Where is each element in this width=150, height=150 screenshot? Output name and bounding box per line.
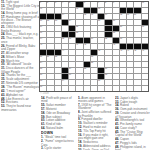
black-cell: [105, 26, 111, 31]
cell-number: 33: [113, 31, 115, 34]
cell-number: 42: [84, 43, 86, 46]
grid-cell[interactable]: [127, 68, 133, 73]
grid-cell[interactable]: [76, 80, 82, 85]
grid-cell[interactable]: 55: [91, 62, 97, 67]
cell-number: 49: [142, 49, 144, 52]
grid-cell[interactable]: 15: [84, 14, 90, 19]
clue-text: Ode on Broadway: [46, 111, 70, 114]
cell-number: 66: [40, 85, 42, 88]
clue-text: Lotion additive: [46, 119, 65, 122]
cell-number: 13: [98, 7, 100, 10]
clue-text: Boo-___: black eye, e.g.: [6, 33, 38, 36]
grid-cell[interactable]: 16: [91, 14, 97, 19]
grid-cell[interactable]: [105, 56, 111, 61]
clue-text: Stallion's reminder: [83, 122, 108, 125]
cell-number: 22: [47, 19, 49, 22]
grid-cell[interactable]: [47, 80, 53, 85]
cell-number: 28: [76, 25, 78, 28]
cell-number: 15: [84, 13, 86, 16]
cell-number: 35: [62, 37, 64, 40]
grid-cell[interactable]: [55, 80, 61, 85]
grid-cell[interactable]: [120, 86, 126, 91]
grid-cell[interactable]: [91, 80, 97, 85]
grid-cell[interactable]: [127, 86, 133, 91]
clue-item: 17. Handsome showing-off at the disco - …: [1, 15, 40, 25]
cell-number: 16: [91, 13, 93, 16]
copyright-line: © 2008: [40, 92, 49, 95]
grid-cell[interactable]: 42: [84, 44, 90, 49]
grid-cell[interactable]: [120, 74, 126, 79]
grid-cell[interactable]: [120, 68, 126, 73]
clue-text: March trio: [6, 59, 19, 62]
grid-cell[interactable]: 29: [120, 26, 126, 31]
grid-cell[interactable]: [113, 86, 119, 91]
grid-cell[interactable]: [98, 62, 104, 67]
clue-item: 1. "Bleak" time tool: [41, 136, 77, 139]
grid-cell[interactable]: [69, 86, 75, 91]
grid-cell[interactable]: 39: [120, 38, 126, 43]
grid-cell[interactable]: 43: [113, 44, 119, 49]
clue-text: "I must agree!": [6, 89, 26, 92]
grid-cell[interactable]: [127, 74, 133, 79]
clue-item: 53. They're found near impresarios: [1, 105, 40, 112]
grid-cell[interactable]: [55, 74, 61, 79]
clue-text: "Bleak" time tool: [44, 136, 66, 139]
cell-number: 58: [84, 67, 86, 70]
grid-cell[interactable]: [47, 68, 53, 73]
clue-text: Atom opponent in movies and games: [78, 96, 105, 102]
down-clues-col1: 1. "Bleak" time tool2. "Fame" singer/act…: [41, 136, 77, 150]
grid-cell[interactable]: [127, 2, 133, 7]
grid-cell[interactable]: [120, 62, 126, 67]
grid-cell[interactable]: [76, 56, 82, 61]
clue-text: If you make it right, you might gain one: [78, 133, 108, 139]
clue-text: Alphabet run: [6, 93, 23, 96]
clue-text: Nintendo DS competitor: [6, 81, 38, 84]
grid-cell[interactable]: [69, 50, 75, 55]
clue-text: "The Biggest Little City in the World": [1, 4, 39, 10]
clue-text: Wheelwright's tool: [120, 119, 144, 122]
grid-cell[interactable]: 9: [113, 2, 119, 7]
clue-text: Japan's digits: [120, 96, 138, 99]
grid-cell[interactable]: 23: [55, 20, 61, 25]
clue-text: Oom-pah instrument: [120, 108, 147, 111]
grid-cell[interactable]: [127, 26, 133, 31]
clue-text: Evictions: [6, 101, 18, 104]
grid-cell[interactable]: [142, 14, 148, 19]
cell-number: 39: [120, 37, 122, 40]
grid-cell[interactable]: 14: [62, 14, 68, 19]
clue-item: 30. "All aboard!" locale: [1, 63, 40, 66]
cell-number: 20: [134, 13, 136, 16]
grid-cell[interactable]: [69, 8, 75, 13]
clue-item: 10. Stallion's reminder: [78, 122, 114, 125]
grid-cell[interactable]: [134, 86, 140, 91]
clue-text: Dash, Dove, or Dial: [83, 148, 109, 150]
grid-cell[interactable]: [134, 68, 140, 73]
grid-cell[interactable]: 25: [98, 20, 104, 25]
cell-number: 23: [55, 19, 57, 22]
cell-number: 34: [40, 37, 42, 40]
clue-item: 27. All-weather wrap: [1, 51, 40, 54]
clue-item: 34. Raked: [115, 104, 150, 107]
grid-cell[interactable]: [91, 2, 97, 7]
cell-number: 64: [62, 79, 64, 82]
grid-cell[interactable]: 35: [62, 38, 68, 43]
grid-cell[interactable]: 5: [69, 2, 75, 7]
clue-item: 8. Joint affliction suffered by Franklin: [78, 110, 114, 117]
grid-cell[interactable]: 13: [98, 8, 104, 13]
clue-item: 54. Profit with peace of mind: [41, 96, 77, 103]
grid-cell[interactable]: 4: [62, 2, 68, 7]
cell-number: 63: [40, 79, 42, 82]
cell-number: 59: [105, 67, 107, 70]
grid-cell[interactable]: [142, 38, 148, 43]
grid-cell[interactable]: [127, 38, 133, 43]
grid-cell[interactable]: [91, 86, 97, 91]
cell-number: 5: [69, 1, 70, 4]
cell-number: 62: [105, 73, 107, 76]
clue-text: Raked: [120, 104, 129, 107]
grid-cell[interactable]: [113, 68, 119, 73]
grid-cell[interactable]: [113, 50, 119, 55]
grid-cell[interactable]: [55, 32, 61, 37]
grid-cell[interactable]: [76, 86, 82, 91]
grid-cell[interactable]: [47, 8, 53, 13]
clue-text: Natural balm: [46, 126, 63, 129]
grid-cell[interactable]: [134, 2, 140, 7]
grid-cell[interactable]: [62, 56, 68, 61]
grid-cell[interactable]: [62, 62, 68, 67]
grid-cell[interactable]: [134, 38, 140, 43]
clue-item: 12. Hard to make out: [78, 125, 114, 128]
grid-cell[interactable]: 46: [120, 50, 126, 55]
grid-cell[interactable]: 62: [105, 74, 111, 79]
grid-cell[interactable]: [134, 74, 140, 79]
grid-cell[interactable]: 66: [40, 86, 46, 91]
cell-number: 10: [142, 1, 144, 4]
grid-cell[interactable]: 30: [142, 26, 148, 31]
clue-text: Philippine island, in brief: [115, 145, 146, 150]
clue-text: Peggy's kids: [120, 141, 137, 144]
clue-item: 40. Wheelwright's tool: [115, 119, 150, 122]
clue-item: 60. Lotion additive: [41, 119, 77, 122]
clue-text: Thai monks' teacher, once: [1, 37, 34, 43]
grid-cell[interactable]: [142, 68, 148, 73]
clue-text: Case study?: [120, 126, 137, 129]
black-cell: [62, 20, 68, 25]
clue-text: Milton's Muse: [6, 55, 24, 58]
grid-cell[interactable]: 51: [47, 56, 53, 61]
grid-cell[interactable]: 58: [84, 68, 90, 73]
grid-cell[interactable]: [142, 74, 148, 79]
grid-cell[interactable]: [76, 62, 82, 67]
grid-cell[interactable]: 6: [84, 2, 90, 7]
cell-number: 54: [40, 61, 42, 64]
grid-cell[interactable]: [127, 56, 133, 61]
clue-item: 25. Thai monks' teacher, once: [1, 37, 40, 44]
clue-text: 1958 hit singer of "The Wanderer": [78, 103, 111, 109]
grid-cell[interactable]: 18: [120, 14, 126, 19]
clue-item: 13. "The Biggest Little City in the Worl…: [1, 4, 40, 11]
grid-cell[interactable]: [62, 86, 68, 91]
clue-item: 59. Ban subject: [41, 115, 77, 118]
clue-text: Seductress: [83, 140, 98, 143]
grid-cell[interactable]: [47, 26, 53, 31]
grid-cell[interactable]: 47: [127, 50, 133, 55]
grid-cell[interactable]: [55, 8, 61, 13]
grid-cell[interactable]: 61: [69, 74, 75, 79]
cell-number: 48: [134, 49, 136, 52]
grid-cell[interactable]: [142, 86, 148, 91]
grid-cell[interactable]: [84, 86, 90, 91]
grid-cell[interactable]: [91, 20, 97, 25]
grid-cell[interactable]: [84, 74, 90, 79]
grid-cell[interactable]: [134, 62, 140, 67]
clue-text: All-weather wrap: [6, 51, 28, 54]
grid-cell[interactable]: [84, 32, 90, 37]
grid-cell[interactable]: 3: [55, 2, 61, 7]
grid-cell[interactable]: 52: [55, 56, 61, 61]
grid-cell[interactable]: [84, 50, 90, 55]
black-cell: [98, 68, 104, 73]
grid-cell[interactable]: [98, 86, 104, 91]
cell-number: 46: [120, 49, 122, 52]
grid-cell[interactable]: [55, 38, 61, 43]
cell-number: 29: [120, 25, 122, 28]
clue-item: 16. If you make it right, you might gain…: [78, 133, 114, 140]
clue-text: 1984 flick featuring Emilio Estevez: [1, 26, 31, 32]
clue-text: Cabin trough: [120, 100, 137, 103]
clue-item: 23. Japan's digits: [115, 96, 150, 99]
clue-text: Joint affliction suffered by Franklin: [78, 110, 111, 116]
grid-cell[interactable]: [105, 44, 111, 49]
clue-item: 7. 1958 hit singer of "The Wanderer": [78, 103, 114, 110]
clue-item: 52. Evictions: [1, 101, 40, 104]
cell-number: 53: [91, 55, 93, 58]
grid-cell[interactable]: [91, 44, 97, 49]
clue-item: 24. Boo-___: black eye, e.g.: [1, 33, 40, 36]
grid-cell[interactable]: [55, 62, 61, 67]
clue-item: 36. Oom-pah instrument: [115, 108, 150, 111]
clue-item: 41. Pre-family name: [115, 123, 150, 126]
grid-cell[interactable]: [113, 62, 119, 67]
grid-cell[interactable]: [69, 44, 75, 49]
grid-cell[interactable]: [69, 80, 75, 85]
grid-cell[interactable]: [76, 50, 82, 55]
bottom-clue-column-1: 54. Profit with peace of mind55. Safari …: [41, 96, 77, 150]
grid-cell[interactable]: [84, 56, 90, 61]
grid-cell[interactable]: [84, 20, 90, 25]
cell-number: 30: [142, 25, 144, 28]
clue-item: 9. Fungoid dweller: [78, 118, 114, 121]
grid-cell[interactable]: 22: [47, 20, 53, 25]
clue-item: 32. Thanks for the ___: [1, 74, 40, 77]
grid-cell[interactable]: [142, 56, 148, 61]
grid-cell[interactable]: [113, 74, 119, 79]
grid-cell[interactable]: [142, 62, 148, 67]
grid-cell[interactable]: [98, 26, 104, 31]
down-clues-col2: 5. Atom opponent in movies and games7. 1…: [78, 96, 114, 150]
down-header: DOWN: [41, 131, 77, 135]
grid-cell[interactable]: 45: [98, 50, 104, 55]
grid-cell[interactable]: [69, 56, 75, 61]
grid-cell[interactable]: [76, 74, 82, 79]
clue-text: '70s Top Forty hit: [83, 129, 106, 132]
grid-cell[interactable]: [120, 56, 126, 61]
grid-cell[interactable]: 26: [113, 20, 119, 25]
grid-cell[interactable]: [134, 32, 140, 37]
clue-text: "The Raven" monologuist: [6, 85, 40, 88]
grid-cell[interactable]: [47, 44, 53, 49]
grid-cell[interactable]: [113, 56, 119, 61]
grid-cell[interactable]: [134, 80, 140, 85]
cell-number: 14: [62, 13, 64, 16]
grid-cell[interactable]: [105, 86, 111, 91]
black-cell: [62, 68, 68, 73]
grid-cell[interactable]: [142, 8, 148, 13]
grid-cell[interactable]: [55, 44, 61, 49]
grid-cell[interactable]: [47, 74, 53, 79]
cell-number: 11: [40, 7, 42, 10]
cell-number: 6: [84, 1, 85, 4]
clue-text: Hard to make out: [83, 125, 106, 128]
clue-text: Kind of tide: [46, 123, 61, 126]
clue-text: Cycle starter: [44, 147, 61, 150]
grid-cell[interactable]: 2: [47, 2, 53, 7]
grid-cell[interactable]: [127, 20, 133, 25]
grid-cell[interactable]: 33: [113, 32, 119, 37]
grid-cell[interactable]: 49: [142, 50, 148, 55]
grid-cell[interactable]: [113, 8, 119, 13]
clue-text: Scale adjustment: [6, 78, 29, 81]
clue-text: Thanks for the ___: [6, 74, 31, 77]
cell-number: 43: [113, 43, 115, 46]
cell-number: 12: [76, 7, 78, 10]
clue-item: 33. Cabin trough: [115, 100, 150, 103]
grid-cell[interactable]: 12: [76, 8, 82, 13]
grid-cell[interactable]: 19: [127, 14, 133, 19]
grid-cell[interactable]: [91, 26, 97, 31]
clue-text: Like Everest's air: [6, 97, 29, 100]
clue-item: 18. Seductress: [78, 140, 114, 143]
clue-text: The "Cruise Ship Capital of the World": [115, 130, 143, 136]
grid-cell[interactable]: 44: [62, 50, 68, 55]
cell-number: 61: [69, 73, 71, 76]
cell-number: 7: [98, 1, 99, 4]
grid-cell[interactable]: 20: [134, 14, 140, 19]
grid-cell[interactable]: [134, 20, 140, 25]
cell-number: 3: [55, 1, 56, 4]
clue-text: Fungoid dweller: [81, 118, 102, 121]
grid-cell[interactable]: [76, 14, 82, 19]
cell-number: 8: [105, 1, 106, 4]
clue-text: Safari member: [46, 103, 66, 106]
grid-cell[interactable]: [98, 38, 104, 43]
cell-number: 17: [105, 13, 107, 16]
clue-item: 48. Like Everest's air: [1, 97, 40, 100]
clue-text: Pre-family name: [120, 123, 142, 126]
grid-cell[interactable]: [142, 32, 148, 37]
cell-number: 41: [76, 43, 78, 46]
grid-cell[interactable]: [47, 32, 53, 37]
grid-cell[interactable]: [98, 32, 104, 37]
grid-cell[interactable]: 11: [40, 8, 46, 13]
cell-number: 36: [69, 37, 71, 40]
down-clues-col3: 23. Japan's digits33. Cabin trough34. Ra…: [115, 96, 150, 150]
cell-number: 32: [76, 31, 78, 34]
clue-item: 37. Nintendo DS competitor: [1, 81, 40, 84]
grid-cell[interactable]: [113, 80, 119, 85]
grid-cell[interactable]: 40: [40, 44, 46, 49]
grid-cell[interactable]: 41: [76, 44, 82, 49]
grid-cell[interactable]: [134, 26, 140, 31]
clue-item: 5. Atom opponent in movies and games: [78, 96, 114, 103]
grid-cell[interactable]: [98, 56, 104, 61]
cell-number: 50: [40, 55, 42, 58]
grid-cell[interactable]: [84, 80, 90, 85]
grid-cell[interactable]: [91, 68, 97, 73]
grid-cell[interactable]: 48: [134, 50, 140, 55]
grid-cell[interactable]: [62, 26, 68, 31]
grid-cell[interactable]: [120, 2, 126, 7]
grid-cell[interactable]: [105, 80, 111, 85]
grid-cell[interactable]: 17: [105, 14, 111, 19]
grid-cell[interactable]: 37: [91, 38, 97, 43]
clue-item: 64. Natural balm: [41, 126, 77, 129]
grid-cell[interactable]: 65: [98, 80, 104, 85]
grid-cell[interactable]: 8: [105, 2, 111, 7]
grid-cell[interactable]: [84, 26, 90, 31]
cell-number: 60: [40, 73, 42, 76]
grid-cell[interactable]: 32: [76, 32, 82, 37]
grid-cell[interactable]: 36: [69, 38, 75, 43]
clue-item: 26. Friend of Blinky, Babu and Zipper: [1, 44, 40, 51]
grid-cell[interactable]: [47, 38, 53, 43]
black-cell: [69, 26, 75, 31]
cell-number: 51: [47, 55, 49, 58]
grid-cell[interactable]: [105, 50, 111, 55]
cell-number: 37: [91, 37, 93, 40]
grid-cell[interactable]: [55, 68, 61, 73]
clue-text: Abbreviated address: [83, 144, 111, 147]
grid-cell[interactable]: [120, 80, 126, 85]
grid-cell[interactable]: 10: [142, 2, 148, 7]
clue-item: 31. Disco dancers of the Village People: [1, 66, 40, 73]
grid-cell[interactable]: [76, 68, 82, 73]
grid-cell[interactable]: [47, 62, 53, 67]
grid-cell[interactable]: [47, 86, 53, 91]
grid-cell[interactable]: [91, 74, 97, 79]
grid-cell[interactable]: [127, 80, 133, 85]
grid-cell[interactable]: [55, 26, 61, 31]
cell-number: 55: [91, 61, 93, 64]
cell-number: 31: [40, 31, 42, 34]
grid-cell[interactable]: [55, 86, 61, 91]
grid-cell[interactable]: [134, 56, 140, 61]
grid-cell[interactable]: 24: [69, 20, 75, 25]
across-clues-bottom: 54. Profit with peace of mind55. Safari …: [41, 96, 77, 130]
grid-cell[interactable]: [142, 80, 148, 85]
clue-item: 58. Ode on Broadway: [41, 111, 77, 114]
grid-cell[interactable]: [127, 62, 133, 67]
grid-cell[interactable]: 64: [62, 80, 68, 85]
cell-number: 9: [113, 1, 114, 4]
grid-cell[interactable]: [127, 32, 133, 37]
grid-cell[interactable]: 38: [105, 38, 111, 43]
crossword-grid: 1234567891011121314151617181920212223242…: [39, 1, 149, 92]
cell-number: 21: [40, 19, 42, 22]
